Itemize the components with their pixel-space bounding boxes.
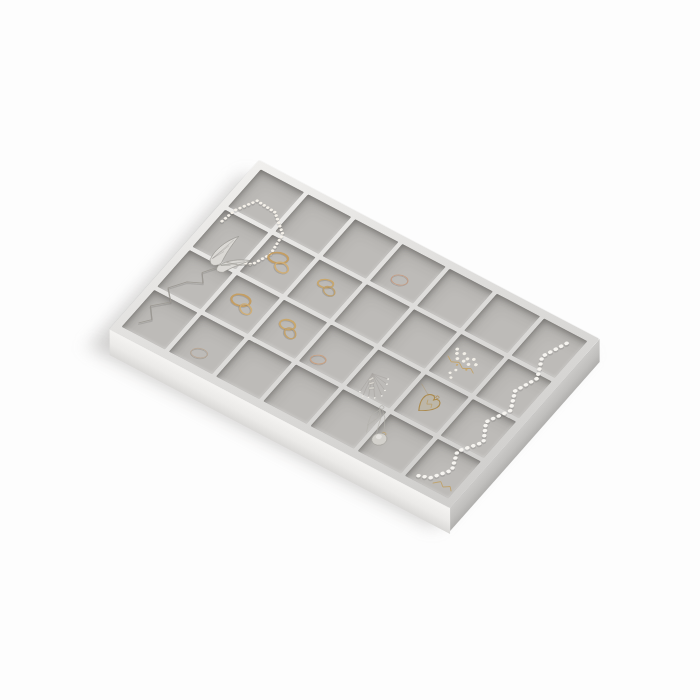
jewelry-tray-photo: Overhead angled product photo of a grey …: [0, 0, 700, 700]
tray-top-face: [109, 160, 599, 508]
compartment-grid: [109, 160, 599, 508]
